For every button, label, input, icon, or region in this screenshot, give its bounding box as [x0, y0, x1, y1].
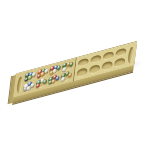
glass-stone [35, 83, 40, 89]
right-store-pit[interactable] [127, 46, 134, 63]
pit-top-7[interactable] [103, 50, 115, 61]
glass-stone [43, 79, 48, 85]
glass-stone [51, 79, 56, 85]
pit-bottom-8[interactable] [114, 57, 126, 68]
left-store-pit[interactable] [16, 76, 23, 93]
glass-stone [62, 66, 67, 72]
pit-bottom-4[interactable] [60, 71, 72, 82]
pit-bottom-1[interactable] [23, 81, 35, 92]
pit-bottom-2[interactable] [35, 78, 47, 89]
pit-bottom-3[interactable] [48, 75, 60, 86]
glass-stone [56, 65, 61, 71]
pit-bottom-7[interactable] [101, 60, 113, 71]
pit-top-5[interactable] [77, 57, 89, 68]
glass-stone [53, 68, 58, 74]
glass-stone [40, 72, 45, 78]
pit-bottom-5[interactable] [76, 67, 88, 78]
glass-stone [28, 75, 33, 81]
pit-top-8[interactable] [115, 47, 127, 58]
glass-stone [27, 85, 32, 91]
glass-stone [60, 77, 65, 83]
glass-stone [69, 62, 74, 68]
mancala-board [12, 42, 136, 104]
glass-stone [67, 72, 72, 78]
glass-stone [55, 75, 60, 81]
pit-top-6[interactable] [90, 54, 102, 65]
pit-bottom-6[interactable] [89, 64, 101, 75]
